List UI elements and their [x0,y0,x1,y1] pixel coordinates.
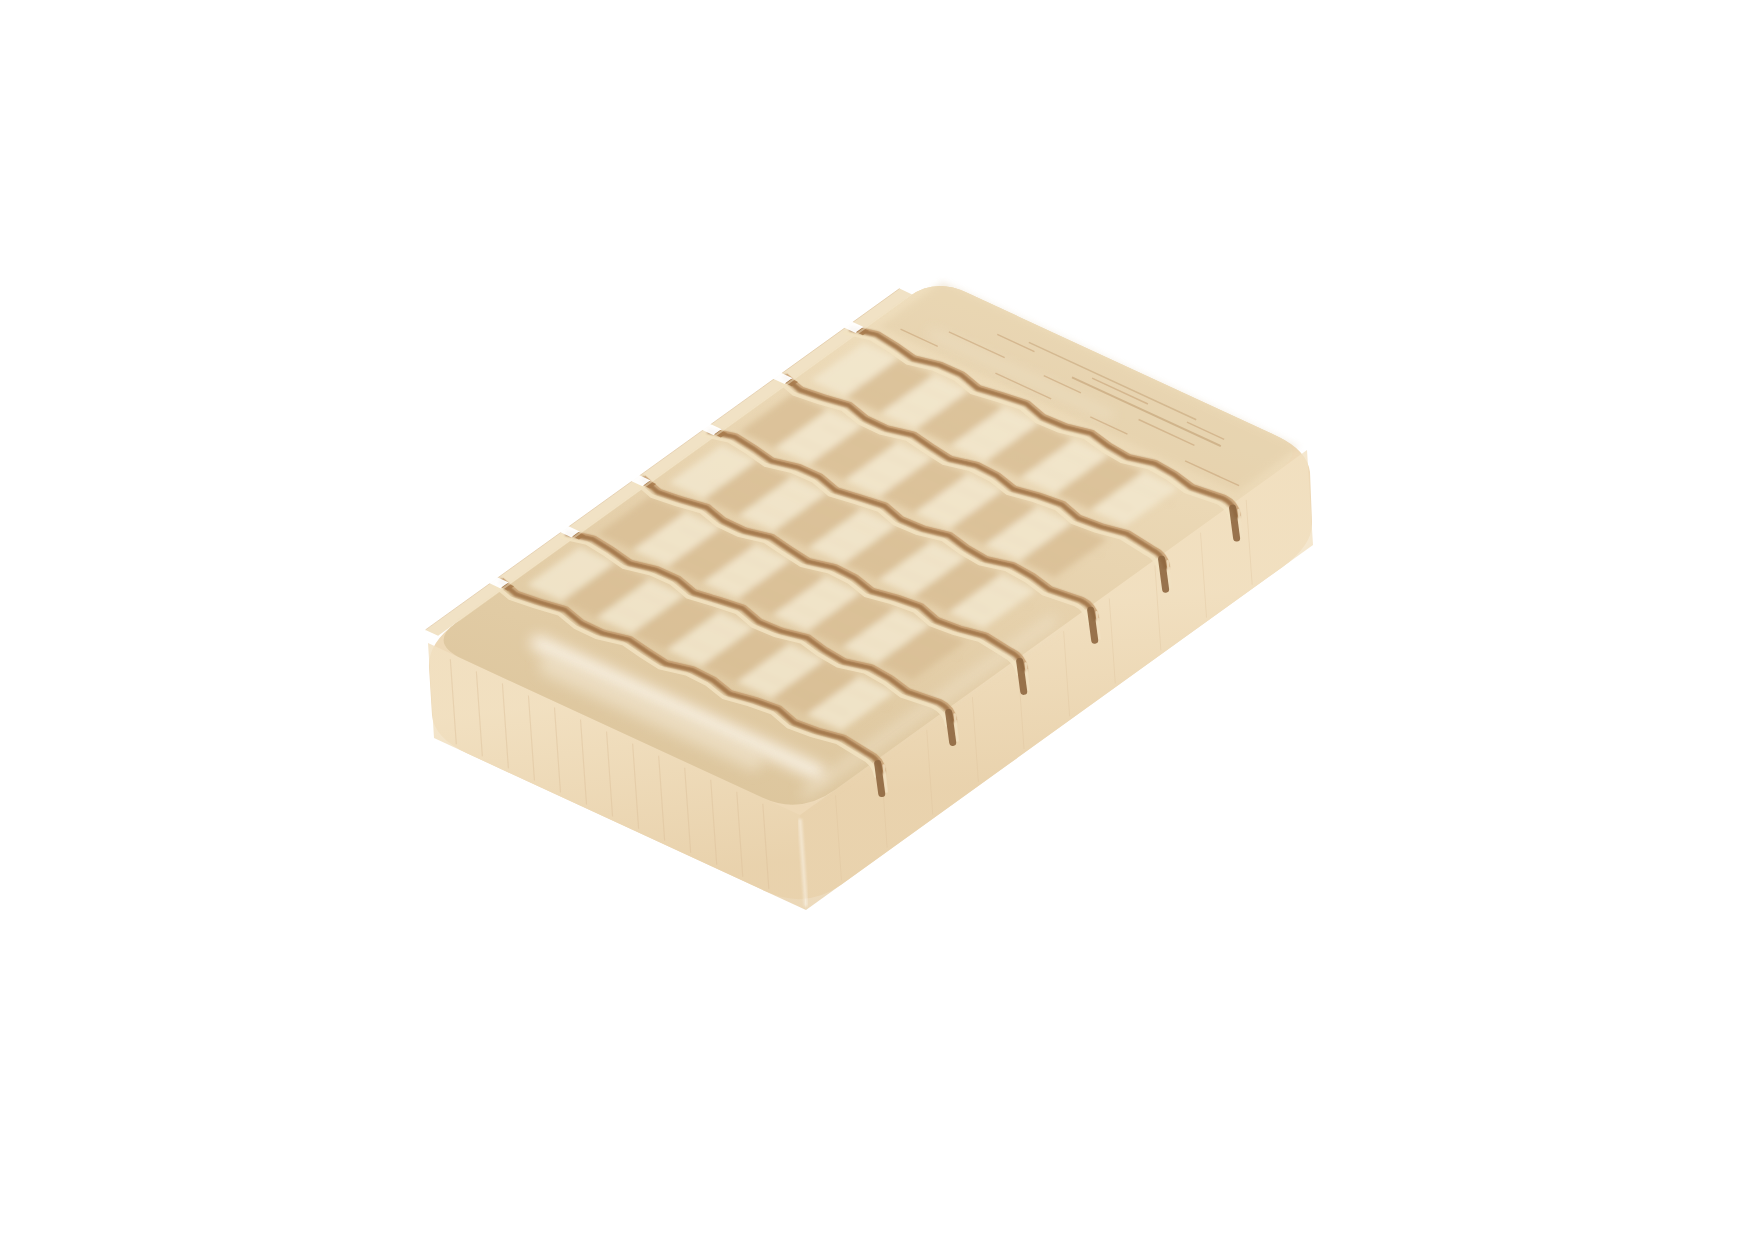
product-photo [0,0,1750,1250]
groove-exit-notch [1162,559,1166,589]
groove-exit-notch [1020,661,1024,691]
groove-exit-notch [1091,610,1095,640]
soap-dish-illustration [0,0,1750,1250]
soap-dish [425,281,1313,910]
groove-exit-notch [878,764,882,794]
groove-exit-notch [949,713,953,743]
groove-exit-notch [1233,508,1237,538]
